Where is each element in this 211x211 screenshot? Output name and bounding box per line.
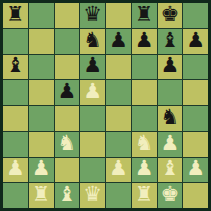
square-b7[interactable]: [29, 29, 54, 54]
piece-black-queen[interactable]: ♛: [83, 4, 102, 25]
square-c2[interactable]: [55, 158, 80, 183]
piece-white-pawn[interactable]: ♟: [83, 81, 102, 102]
piece-white-pawn[interactable]: ♟: [160, 133, 179, 154]
square-g7[interactable]: ♝: [158, 29, 183, 54]
square-c5[interactable]: ♟: [55, 80, 80, 105]
square-a3[interactable]: [3, 132, 28, 157]
square-g6[interactable]: ♟: [158, 55, 183, 80]
piece-black-knight[interactable]: ♞: [83, 30, 102, 51]
piece-black-pawn[interactable]: ♟: [109, 30, 128, 51]
piece-black-pawn[interactable]: ♟: [186, 30, 205, 51]
square-b3[interactable]: [29, 132, 54, 157]
piece-white-queen[interactable]: ♛: [83, 184, 102, 205]
square-d6[interactable]: ♟: [80, 55, 105, 80]
square-g2[interactable]: ♝: [158, 158, 183, 183]
square-b8[interactable]: [29, 3, 54, 28]
piece-black-rook[interactable]: ♜: [135, 4, 154, 25]
square-g4[interactable]: ♞: [158, 106, 183, 131]
piece-white-pawn[interactable]: ♟: [109, 158, 128, 179]
square-h7[interactable]: ♟: [183, 29, 208, 54]
piece-black-bishop[interactable]: ♝: [6, 55, 25, 76]
piece-black-bishop[interactable]: ♝: [160, 30, 179, 51]
piece-white-rook[interactable]: ♜: [135, 184, 154, 205]
square-g3[interactable]: ♟: [158, 132, 183, 157]
square-e3[interactable]: [106, 132, 131, 157]
piece-white-bishop[interactable]: ♝: [160, 158, 179, 179]
square-f7[interactable]: ♟: [132, 29, 157, 54]
square-c8[interactable]: [55, 3, 80, 28]
square-d5[interactable]: ♟: [80, 80, 105, 105]
square-a5[interactable]: [3, 80, 28, 105]
piece-black-knight[interactable]: ♞: [160, 107, 179, 128]
square-b4[interactable]: [29, 106, 54, 131]
square-h3[interactable]: [183, 132, 208, 157]
square-f1[interactable]: ♜: [132, 183, 157, 208]
square-d4[interactable]: [80, 106, 105, 131]
square-c3[interactable]: ♞: [55, 132, 80, 157]
square-d1[interactable]: ♛: [80, 183, 105, 208]
square-a6[interactable]: ♝: [3, 55, 28, 80]
square-c7[interactable]: [55, 29, 80, 54]
square-e7[interactable]: ♟: [106, 29, 131, 54]
square-f5[interactable]: [132, 80, 157, 105]
piece-white-pawn[interactable]: ♟: [186, 158, 205, 179]
square-f6[interactable]: [132, 55, 157, 80]
piece-black-pawn[interactable]: ♟: [135, 30, 154, 51]
square-c6[interactable]: [55, 55, 80, 80]
square-h2[interactable]: ♟: [183, 158, 208, 183]
square-a2[interactable]: ♟: [3, 158, 28, 183]
square-g1[interactable]: ♚: [158, 183, 183, 208]
piece-white-knight[interactable]: ♞: [135, 133, 154, 154]
square-h6[interactable]: [183, 55, 208, 80]
square-e5[interactable]: [106, 80, 131, 105]
square-e4[interactable]: [106, 106, 131, 131]
chess-board: ♜♛♜♚♞♟♟♝♟♝♟♟♟♟♞♞♞♟♟♟♟♟♝♟♜♝♛♜♚: [0, 0, 211, 211]
piece-white-knight[interactable]: ♞: [57, 133, 76, 154]
square-c1[interactable]: ♝: [55, 183, 80, 208]
square-f2[interactable]: ♟: [132, 158, 157, 183]
piece-black-pawn[interactable]: ♟: [57, 81, 76, 102]
square-h8[interactable]: [183, 3, 208, 28]
square-b1[interactable]: ♜: [29, 183, 54, 208]
piece-black-pawn[interactable]: ♟: [160, 55, 179, 76]
square-d7[interactable]: ♞: [80, 29, 105, 54]
square-a4[interactable]: [3, 106, 28, 131]
piece-white-pawn[interactable]: ♟: [6, 158, 25, 179]
square-f3[interactable]: ♞: [132, 132, 157, 157]
piece-white-pawn[interactable]: ♟: [135, 158, 154, 179]
piece-black-king[interactable]: ♚: [160, 4, 179, 25]
square-a8[interactable]: ♜: [3, 3, 28, 28]
square-e1[interactable]: [106, 183, 131, 208]
piece-white-pawn[interactable]: ♟: [32, 158, 51, 179]
square-c4[interactable]: [55, 106, 80, 131]
square-e2[interactable]: ♟: [106, 158, 131, 183]
square-d8[interactable]: ♛: [80, 3, 105, 28]
piece-black-rook[interactable]: ♜: [6, 4, 25, 25]
square-f8[interactable]: ♜: [132, 3, 157, 28]
square-e8[interactable]: [106, 3, 131, 28]
square-b6[interactable]: [29, 55, 54, 80]
square-h5[interactable]: [183, 80, 208, 105]
square-d3[interactable]: [80, 132, 105, 157]
square-d2[interactable]: [80, 158, 105, 183]
square-f4[interactable]: [132, 106, 157, 131]
square-g8[interactable]: ♚: [158, 3, 183, 28]
square-e6[interactable]: [106, 55, 131, 80]
square-h1[interactable]: [183, 183, 208, 208]
piece-white-bishop[interactable]: ♝: [57, 184, 76, 205]
piece-black-pawn[interactable]: ♟: [83, 55, 102, 76]
piece-white-king[interactable]: ♚: [160, 184, 179, 205]
square-a7[interactable]: [3, 29, 28, 54]
board-grid: ♜♛♜♚♞♟♟♝♟♝♟♟♟♟♞♞♞♟♟♟♟♟♝♟♜♝♛♜♚: [3, 3, 208, 208]
square-b5[interactable]: [29, 80, 54, 105]
piece-white-rook[interactable]: ♜: [32, 184, 51, 205]
square-g5[interactable]: [158, 80, 183, 105]
square-h4[interactable]: [183, 106, 208, 131]
square-b2[interactable]: ♟: [29, 158, 54, 183]
square-a1[interactable]: [3, 183, 28, 208]
